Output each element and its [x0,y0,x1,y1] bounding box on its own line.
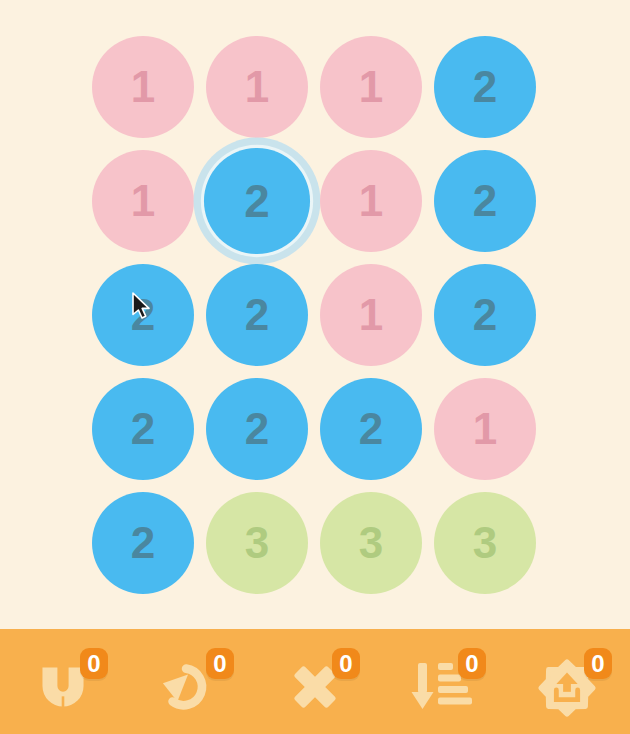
circle-r2c4-value-2[interactable]: 2 [434,150,536,252]
circle-number: 2 [473,176,497,226]
circle-r1c1-value-1[interactable]: 1 [92,36,194,138]
circle-r2c3-value-1[interactable]: 1 [320,150,422,252]
circle-number: 1 [359,290,383,340]
board-cell-r4c1: 2 [92,378,194,480]
sort-button[interactable]: 0 [378,629,504,734]
game-window: 11121212221222212333 0 0 0 [0,0,630,734]
powerup-toolbar: 0 0 0 [0,629,630,734]
undo-button[interactable]: 0 [0,629,126,734]
circle-number: 3 [473,518,497,568]
circle-r5c2-value-3[interactable]: 3 [206,492,308,594]
board-cell-r4c4: 1 [434,378,536,480]
board-cell-r2c2: 2 [206,150,308,252]
remove-button[interactable]: 0 [252,629,378,734]
board-cell-r1c1: 1 [92,36,194,138]
circle-number: 2 [131,518,155,568]
circle-r3c1-value-2[interactable]: 2 [92,264,194,366]
circle-number: 2 [473,62,497,112]
board-cell-r4c2: 2 [206,378,308,480]
circle-r3c4-value-2[interactable]: 2 [434,264,536,366]
sort-count-badge: 0 [458,648,486,679]
circle-r3c2-value-2[interactable]: 2 [206,264,308,366]
circle-number: 2 [131,290,155,340]
board-cell-r2c4: 2 [434,150,536,252]
board-cell-r5c3: 3 [320,492,422,594]
circle-number: 1 [131,176,155,226]
board-cell-r3c4: 2 [434,264,536,366]
board-cell-r3c2: 2 [206,264,308,366]
circle-r1c2-value-1[interactable]: 1 [206,36,308,138]
circle-r5c3-value-3[interactable]: 3 [320,492,422,594]
circle-number: 3 [245,518,269,568]
rotate-count-badge: 0 [206,648,234,679]
circle-number: 1 [245,62,269,112]
upgrade-button[interactable]: 0 [504,629,630,734]
undo-count-badge: 0 [80,648,108,679]
circle-number: 1 [131,62,155,112]
board-cell-r5c4: 3 [434,492,536,594]
circle-r1c4-value-2[interactable]: 2 [434,36,536,138]
board-cell-r1c2: 1 [206,36,308,138]
board-cell-r2c3: 1 [320,150,422,252]
circle-number: 2 [245,290,269,340]
upgrade-count-badge: 0 [584,648,612,679]
circle-r5c4-value-3[interactable]: 3 [434,492,536,594]
board-cell-r3c3: 1 [320,264,422,366]
circle-number: 1 [359,176,383,226]
circle-number: 1 [359,62,383,112]
circle-number: 2 [245,404,269,454]
circle-number: 2 [131,404,155,454]
circle-number: 1 [473,404,497,454]
circle-r4c4-value-1[interactable]: 1 [434,378,536,480]
circle-r4c3-value-2[interactable]: 2 [320,378,422,480]
board-cell-r4c3: 2 [320,378,422,480]
rotate-button[interactable]: 0 [126,629,252,734]
circle-number: 2 [244,175,269,227]
circle-number: 2 [473,290,497,340]
circle-r3c3-value-1[interactable]: 1 [320,264,422,366]
circle-r5c1-value-2[interactable]: 2 [92,492,194,594]
game-board: 11121212221222212333 [92,36,536,594]
circle-number: 3 [359,518,383,568]
circle-r4c2-value-2[interactable]: 2 [206,378,308,480]
remove-count-badge: 0 [332,648,360,679]
board-cell-r2c1: 1 [92,150,194,252]
circle-r1c3-value-1[interactable]: 1 [320,36,422,138]
circle-r2c1-value-1[interactable]: 1 [92,150,194,252]
circle-number: 2 [359,404,383,454]
board-cell-r3c1: 2 [92,264,194,366]
board-cell-r5c2: 3 [206,492,308,594]
board-cell-r1c4: 2 [434,36,536,138]
circle-r4c1-value-2[interactable]: 2 [92,378,194,480]
circle-r2c2-value-2-selected[interactable]: 2 [204,148,310,254]
board-cell-r1c3: 1 [320,36,422,138]
board-cell-r5c1: 2 [92,492,194,594]
